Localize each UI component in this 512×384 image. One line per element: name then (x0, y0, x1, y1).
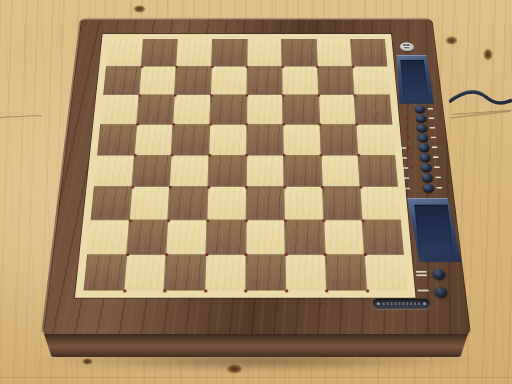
square-d6[interactable] (210, 95, 246, 124)
status-led (409, 156, 412, 158)
button-label (430, 127, 435, 128)
square-f8[interactable] (282, 39, 317, 66)
status-led (410, 166, 413, 168)
wood-knot (483, 48, 493, 61)
square-d7[interactable] (211, 67, 246, 95)
photo-scene (0, 0, 512, 384)
square-c8[interactable] (177, 39, 212, 66)
button-label (436, 187, 442, 189)
square-e5[interactable] (247, 125, 283, 155)
square-a3[interactable] (91, 187, 131, 219)
button-label (402, 147, 407, 149)
button-label (433, 156, 439, 158)
square-g8[interactable] (317, 39, 353, 66)
function-button-9[interactable] (422, 184, 434, 193)
button-label (405, 188, 410, 190)
square-b2[interactable] (127, 221, 168, 255)
board-grid (83, 39, 407, 290)
square-a6[interactable] (100, 95, 138, 124)
square-c4[interactable] (170, 155, 208, 186)
plank-seam (0, 115, 42, 119)
square-g2[interactable] (324, 221, 364, 255)
function-button-5[interactable] (418, 143, 430, 151)
square-h5[interactable] (357, 125, 395, 155)
status-led (406, 127, 409, 129)
square-a8[interactable] (106, 39, 142, 66)
square-e8[interactable] (247, 39, 281, 66)
function-button-8[interactable] (421, 173, 433, 182)
status-led (407, 137, 410, 139)
aux-button-label (418, 290, 429, 294)
square-d2[interactable] (206, 221, 245, 255)
button-label (429, 117, 434, 118)
square-f1[interactable] (286, 255, 326, 290)
plank-seam (0, 377, 512, 379)
playing-area (75, 34, 416, 298)
square-g1[interactable] (325, 255, 366, 290)
button-label (431, 137, 436, 138)
square-c6[interactable] (173, 95, 210, 124)
button-label (403, 157, 408, 159)
square-f2[interactable] (285, 221, 324, 255)
square-h3[interactable] (361, 187, 401, 219)
board-surface (75, 34, 461, 298)
square-e3[interactable] (246, 187, 284, 219)
square-a2[interactable] (87, 221, 128, 255)
square-h6[interactable] (355, 95, 393, 124)
square-a7[interactable] (103, 67, 140, 95)
square-d8[interactable] (212, 39, 247, 66)
screw-icon (377, 302, 380, 305)
button-label (403, 167, 408, 169)
frame-front-molding (44, 334, 468, 357)
square-g4[interactable] (321, 155, 359, 186)
square-d3[interactable] (207, 187, 245, 219)
function-button-7[interactable] (420, 163, 432, 172)
aux-button-1[interactable] (432, 269, 446, 280)
nameplate-text (383, 302, 421, 305)
square-b5[interactable] (135, 125, 173, 155)
square-d5[interactable] (209, 125, 246, 155)
square-c2[interactable] (167, 221, 207, 255)
square-b8[interactable] (141, 39, 177, 66)
status-led (408, 146, 411, 148)
square-h1[interactable] (365, 255, 407, 290)
square-e7[interactable] (247, 67, 282, 95)
button-label (404, 177, 409, 179)
square-d1[interactable] (205, 255, 245, 290)
square-b7[interactable] (139, 67, 176, 95)
status-led (405, 117, 408, 119)
square-b6[interactable] (137, 95, 174, 124)
function-button-1[interactable] (414, 105, 425, 113)
function-button-3[interactable] (416, 124, 427, 132)
square-e2[interactable] (246, 221, 285, 255)
square-b4[interactable] (132, 155, 171, 186)
square-e4[interactable] (246, 155, 283, 186)
square-a4[interactable] (94, 155, 134, 186)
square-d4[interactable] (208, 155, 245, 186)
button-label (432, 146, 438, 148)
aux-button-label (416, 271, 427, 277)
square-e6[interactable] (247, 95, 283, 124)
square-f6[interactable] (283, 95, 319, 124)
function-button-4[interactable] (417, 134, 429, 142)
square-g3[interactable] (323, 187, 362, 219)
square-f5[interactable] (283, 125, 320, 155)
square-a1[interactable] (83, 255, 125, 290)
nameplate (373, 299, 431, 309)
square-c1[interactable] (165, 255, 206, 290)
square-h8[interactable] (351, 39, 387, 66)
maker-emblem-icon (399, 42, 414, 51)
screw-icon (423, 302, 426, 305)
upper-display-wedge (395, 55, 434, 104)
square-h2[interactable] (363, 221, 404, 255)
button-label (428, 108, 433, 109)
square-b3[interactable] (129, 187, 169, 219)
square-f3[interactable] (285, 187, 324, 219)
square-g6[interactable] (319, 95, 356, 124)
display-window (400, 60, 429, 98)
square-c3[interactable] (168, 187, 207, 219)
chessboard (41, 18, 471, 335)
function-button-6[interactable] (419, 153, 431, 161)
square-g5[interactable] (320, 125, 358, 155)
button-label (435, 177, 441, 179)
square-e1[interactable] (246, 255, 286, 290)
wood-knot (133, 5, 146, 13)
square-h7[interactable] (353, 67, 390, 95)
function-button-2[interactable] (415, 115, 426, 123)
aux-button-2[interactable] (434, 287, 448, 298)
square-f4[interactable] (284, 155, 322, 186)
square-c7[interactable] (175, 67, 211, 95)
square-c5[interactable] (172, 125, 209, 155)
power-cable (449, 84, 512, 130)
square-b1[interactable] (124, 255, 165, 290)
square-g7[interactable] (318, 67, 354, 95)
button-label (434, 166, 440, 168)
display-window (414, 204, 453, 254)
square-h4[interactable] (359, 155, 398, 186)
square-f7[interactable] (282, 67, 318, 95)
square-a5[interactable] (97, 125, 136, 155)
wood-knot (445, 36, 458, 45)
